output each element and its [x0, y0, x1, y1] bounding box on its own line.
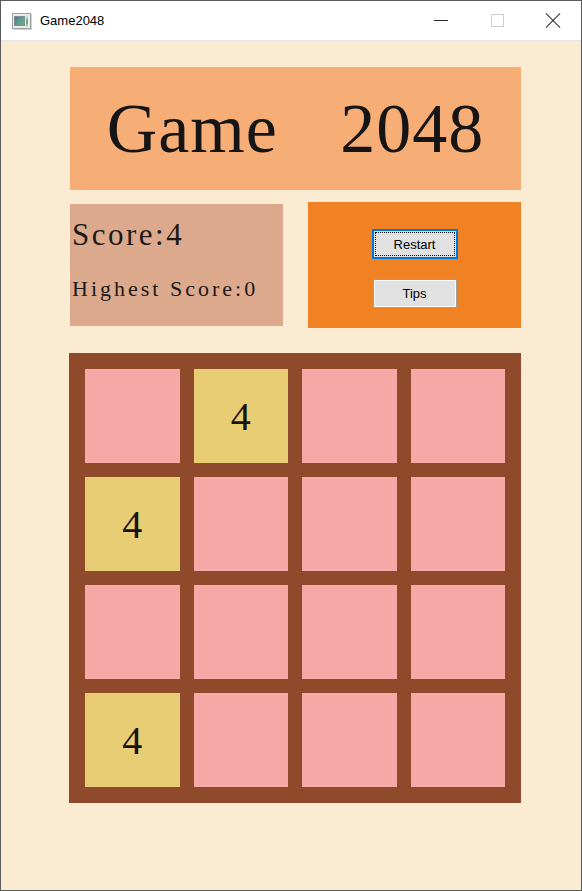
- empty-cell: [411, 585, 506, 679]
- maximize-button: [469, 1, 525, 40]
- window-title: Game2048: [40, 13, 104, 28]
- app-icon-screen: [14, 16, 25, 26]
- app-icon-strip: [26, 15, 28, 27]
- game-title: Game 2048: [107, 89, 485, 169]
- tips-button[interactable]: Tips: [373, 279, 457, 308]
- board: 444: [69, 353, 521, 803]
- title-bar[interactable]: Game2048: [1, 1, 581, 41]
- score-label: Score:4: [72, 217, 184, 253]
- close-icon: [545, 13, 561, 29]
- empty-cell: [302, 693, 397, 787]
- empty-cell: [194, 585, 289, 679]
- window-controls: [413, 1, 581, 40]
- minimize-button[interactable]: [413, 1, 469, 40]
- empty-cell: [85, 369, 180, 463]
- button-panel: Restart Tips: [308, 202, 521, 328]
- close-button[interactable]: [525, 1, 581, 40]
- empty-cell: [194, 477, 289, 571]
- minimize-icon: [434, 20, 448, 21]
- score-panel: Score:4 Highest Score:0: [70, 204, 283, 326]
- highest-score-label: Highest Score:0: [72, 276, 258, 302]
- restart-button[interactable]: Restart: [372, 229, 458, 259]
- empty-cell: [411, 369, 506, 463]
- app-icon[interactable]: [12, 13, 31, 29]
- empty-cell: [194, 693, 289, 787]
- empty-cell: [411, 693, 506, 787]
- game-window: Game2048 Game 2048 Score:4 Highest Score…: [0, 0, 582, 891]
- tile-4: 4: [85, 477, 180, 571]
- game-title-banner: Game 2048: [70, 67, 521, 190]
- empty-cell: [411, 477, 506, 571]
- maximize-icon: [491, 14, 504, 27]
- empty-cell: [302, 369, 397, 463]
- empty-cell: [85, 585, 180, 679]
- empty-cell: [302, 477, 397, 571]
- tile-4: 4: [85, 693, 180, 787]
- tile-4: 4: [194, 369, 289, 463]
- empty-cell: [302, 585, 397, 679]
